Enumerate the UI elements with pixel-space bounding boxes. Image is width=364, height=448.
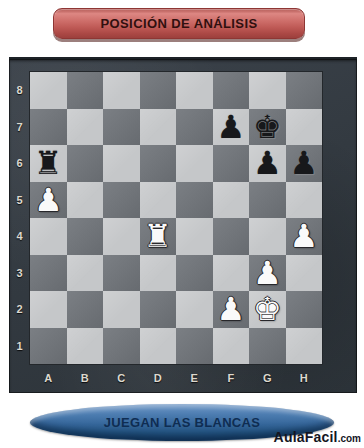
rank-label-5: 5 bbox=[9, 182, 30, 219]
square-b5[interactable] bbox=[67, 182, 104, 219]
analysis-banner: POSICIÓN DE ANÁLISIS bbox=[53, 8, 305, 39]
square-a1[interactable] bbox=[30, 328, 67, 365]
chess-board-frame: 87654321 ♟♚♜♟♟♟♜♟♟♟♚ ABCDEFGH bbox=[9, 57, 357, 393]
square-b4[interactable] bbox=[67, 218, 104, 255]
rank-label-8: 8 bbox=[9, 72, 30, 109]
square-d5[interactable] bbox=[140, 182, 177, 219]
square-a8[interactable] bbox=[30, 72, 67, 109]
brand-name: AulaFacil bbox=[274, 429, 338, 445]
chess-board[interactable]: ♟♚♜♟♟♟♜♟♟♟♚ bbox=[30, 72, 322, 364]
square-d2[interactable] bbox=[140, 291, 177, 328]
rank-label-6: 6 bbox=[9, 145, 30, 182]
file-label-b: B bbox=[67, 364, 104, 392]
file-labels: ABCDEFGH bbox=[30, 364, 322, 392]
rank-label-3: 3 bbox=[9, 255, 30, 292]
brand-logo: AulaFacil.com bbox=[274, 429, 361, 445]
square-a5[interactable]: ♟ bbox=[30, 182, 67, 219]
square-b8[interactable] bbox=[67, 72, 104, 109]
analysis-banner-label: POSICIÓN DE ANÁLISIS bbox=[100, 16, 257, 31]
square-d8[interactable] bbox=[140, 72, 177, 109]
square-h7[interactable] bbox=[286, 109, 323, 146]
square-b7[interactable] bbox=[67, 109, 104, 146]
square-c2[interactable] bbox=[103, 291, 140, 328]
square-f8[interactable] bbox=[213, 72, 250, 109]
square-f1[interactable] bbox=[213, 328, 250, 365]
square-e4[interactable] bbox=[176, 218, 213, 255]
square-a6[interactable]: ♜ bbox=[30, 145, 67, 182]
square-c7[interactable] bbox=[103, 109, 140, 146]
square-c3[interactable] bbox=[103, 255, 140, 292]
piece-wP-g3[interactable]: ♟ bbox=[253, 255, 282, 291]
square-d6[interactable] bbox=[140, 145, 177, 182]
square-a7[interactable] bbox=[30, 109, 67, 146]
square-d4[interactable]: ♜ bbox=[140, 218, 177, 255]
square-h5[interactable] bbox=[286, 182, 323, 219]
square-f5[interactable] bbox=[213, 182, 250, 219]
square-h3[interactable] bbox=[286, 255, 323, 292]
square-g6[interactable]: ♟ bbox=[249, 145, 286, 182]
square-e8[interactable] bbox=[176, 72, 213, 109]
square-g1[interactable] bbox=[249, 328, 286, 365]
square-g5[interactable] bbox=[249, 182, 286, 219]
file-label-e: E bbox=[176, 364, 213, 392]
file-label-a: A bbox=[30, 364, 67, 392]
turn-indicator-label: JUEGAN LAS BLANCAS bbox=[104, 415, 260, 430]
square-e2[interactable] bbox=[176, 291, 213, 328]
square-e3[interactable] bbox=[176, 255, 213, 292]
square-b3[interactable] bbox=[67, 255, 104, 292]
piece-bP-f7[interactable]: ♟ bbox=[216, 109, 245, 145]
square-b2[interactable] bbox=[67, 291, 104, 328]
file-label-f: F bbox=[213, 364, 250, 392]
square-f4[interactable] bbox=[213, 218, 250, 255]
file-label-g: G bbox=[249, 364, 286, 392]
square-c5[interactable] bbox=[103, 182, 140, 219]
file-label-d: D bbox=[140, 364, 177, 392]
square-c4[interactable] bbox=[103, 218, 140, 255]
square-e1[interactable] bbox=[176, 328, 213, 365]
rank-label-2: 2 bbox=[9, 291, 30, 328]
brand-suffix: .com bbox=[338, 433, 361, 444]
square-d7[interactable] bbox=[140, 109, 177, 146]
piece-bP-g6[interactable]: ♟ bbox=[253, 145, 282, 181]
square-g4[interactable] bbox=[249, 218, 286, 255]
square-a3[interactable] bbox=[30, 255, 67, 292]
rank-label-4: 4 bbox=[9, 218, 30, 255]
square-f3[interactable] bbox=[213, 255, 250, 292]
square-h4[interactable]: ♟ bbox=[286, 218, 323, 255]
piece-wP-h4[interactable]: ♟ bbox=[289, 218, 318, 254]
square-g2[interactable]: ♚ bbox=[249, 291, 286, 328]
square-c1[interactable] bbox=[103, 328, 140, 365]
file-label-c: C bbox=[103, 364, 140, 392]
square-b6[interactable] bbox=[67, 145, 104, 182]
square-f7[interactable]: ♟ bbox=[213, 109, 250, 146]
square-h2[interactable] bbox=[286, 291, 323, 328]
rank-label-7: 7 bbox=[9, 109, 30, 146]
square-d3[interactable] bbox=[140, 255, 177, 292]
page: POSICIÓN DE ANÁLISIS 87654321 ♟♚♜♟♟♟♜♟♟♟… bbox=[0, 0, 364, 448]
rank-label-1: 1 bbox=[9, 328, 30, 365]
square-e6[interactable] bbox=[176, 145, 213, 182]
square-e5[interactable] bbox=[176, 182, 213, 219]
square-f2[interactable]: ♟ bbox=[213, 291, 250, 328]
piece-wR-d4[interactable]: ♜ bbox=[143, 218, 172, 254]
square-c6[interactable] bbox=[103, 145, 140, 182]
square-h8[interactable] bbox=[286, 72, 323, 109]
piece-wP-f2[interactable]: ♟ bbox=[216, 291, 245, 327]
square-b1[interactable] bbox=[67, 328, 104, 365]
square-g8[interactable] bbox=[249, 72, 286, 109]
square-a4[interactable] bbox=[30, 218, 67, 255]
square-a2[interactable] bbox=[30, 291, 67, 328]
square-h1[interactable] bbox=[286, 328, 323, 365]
square-f6[interactable] bbox=[213, 145, 250, 182]
square-c8[interactable] bbox=[103, 72, 140, 109]
square-g7[interactable]: ♚ bbox=[249, 109, 286, 146]
piece-bR-a6[interactable]: ♜ bbox=[34, 145, 63, 181]
rank-labels: 87654321 bbox=[9, 72, 30, 364]
piece-bK-g7[interactable]: ♚ bbox=[253, 109, 282, 145]
piece-wK-g2[interactable]: ♚ bbox=[253, 291, 282, 327]
piece-wP-a5[interactable]: ♟ bbox=[34, 182, 63, 218]
square-d1[interactable] bbox=[140, 328, 177, 365]
square-g3[interactable]: ♟ bbox=[249, 255, 286, 292]
piece-bP-h6[interactable]: ♟ bbox=[289, 145, 318, 181]
file-label-h: H bbox=[286, 364, 323, 392]
square-e7[interactable] bbox=[176, 109, 213, 146]
square-h6[interactable]: ♟ bbox=[286, 145, 323, 182]
